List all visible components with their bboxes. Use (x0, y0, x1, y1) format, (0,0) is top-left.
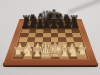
square-e6[interactable] (50, 28, 57, 32)
square-f6[interactable] (57, 28, 65, 32)
square-c5[interactable] (35, 32, 43, 36)
square-c6[interactable] (35, 28, 43, 32)
square-d1[interactable]: ♛ (41, 52, 50, 58)
square-d6[interactable] (43, 28, 50, 32)
square-b6[interactable] (28, 28, 36, 32)
board-squares: ♜♞♝♛♚♝♞♜♟♟♟♟♟♟♟♟♟♟♟♟♟♟♟♟♜♞♝♛♚♝♞♜ (13, 21, 86, 58)
square-e5[interactable] (50, 32, 58, 36)
white-queen-d1[interactable]: ♛ (30, 43, 61, 58)
chess-photo-scene: ♜♞♝♛♚♝♞♜♟♟♟♟♟♟♟♟♟♟♟♟♟♟♟♟♜♞♝♛♚♝♞♜ (0, 0, 100, 75)
square-h7[interactable]: ♟ (70, 25, 78, 29)
chess-board: ♜♞♝♛♚♝♞♜♟♟♟♟♟♟♟♟♟♟♟♟♟♟♟♟♜♞♝♛♚♝♞♜ (3, 18, 98, 64)
black-pawn-h7[interactable]: ♟ (63, 19, 87, 28)
white-knight-g1[interactable]: ♞ (57, 46, 88, 58)
square-b5[interactable] (27, 32, 35, 36)
square-g1[interactable]: ♞ (67, 52, 77, 58)
square-f5[interactable] (57, 32, 65, 36)
square-d5[interactable] (42, 32, 50, 36)
square-h6[interactable] (71, 28, 79, 32)
square-h5[interactable] (72, 32, 81, 36)
